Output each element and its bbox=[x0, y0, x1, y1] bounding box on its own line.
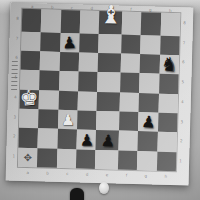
square-a3[interactable] bbox=[19, 109, 39, 129]
square-c5[interactable] bbox=[59, 71, 79, 91]
coord-mark: c bbox=[71, 6, 73, 10]
chess-piece-white-bishop-e8[interactable]: ♝ bbox=[99, 4, 122, 27]
square-a4[interactable]: ♚ bbox=[20, 89, 40, 109]
square-d8[interactable] bbox=[80, 10, 100, 33]
square-e4[interactable] bbox=[97, 92, 120, 112]
square-b4[interactable] bbox=[39, 90, 59, 110]
square-c1[interactable] bbox=[57, 148, 77, 168]
square-c6[interactable] bbox=[59, 52, 79, 72]
coord-mark: a bbox=[26, 170, 29, 174]
square-a2[interactable] bbox=[18, 128, 38, 148]
coord-mark: g bbox=[149, 8, 152, 12]
square-f4[interactable] bbox=[119, 92, 139, 112]
file-labels-bottom: abcdefgh bbox=[18, 170, 176, 179]
coord-mark: 8 bbox=[183, 21, 186, 25]
coord-mark: b bbox=[46, 171, 49, 175]
coord-mark: e bbox=[106, 173, 109, 177]
square-h1[interactable] bbox=[157, 151, 177, 171]
board-maker-logo: ✥ bbox=[18, 147, 38, 167]
square-d6[interactable] bbox=[79, 52, 99, 72]
chess-mat: ♝♟♞♚♟♟♟♟✥ abcdefgh abcdefgh 87654321 876… bbox=[6, 2, 194, 185]
coord-mark: 3 bbox=[180, 120, 183, 124]
square-g2[interactable] bbox=[138, 131, 158, 151]
square-b3[interactable] bbox=[38, 109, 58, 129]
chess-piece-white-king-a4[interactable]: ♚ bbox=[19, 88, 39, 108]
square-e6[interactable] bbox=[98, 53, 121, 73]
square-b8[interactable] bbox=[41, 9, 61, 32]
square-e3[interactable] bbox=[96, 111, 119, 131]
square-d1[interactable] bbox=[76, 149, 96, 169]
square-g4[interactable] bbox=[139, 93, 159, 113]
chess-piece-black-knight-h6[interactable]: ♞ bbox=[160, 55, 179, 74]
coord-mark: a bbox=[31, 5, 34, 9]
square-e7[interactable] bbox=[99, 33, 122, 53]
square-d4[interactable] bbox=[78, 91, 98, 111]
chess-piece-black-pawn-c7[interactable]: ♟ bbox=[62, 36, 77, 51]
square-a8[interactable] bbox=[22, 9, 42, 32]
coord-mark: 7 bbox=[16, 36, 19, 40]
square-g7[interactable] bbox=[140, 35, 160, 55]
coord-mark: 1 bbox=[179, 159, 182, 163]
coord-mark: 4 bbox=[181, 100, 184, 104]
square-h4[interactable] bbox=[158, 93, 178, 113]
square-b6[interactable] bbox=[40, 51, 60, 71]
square-f6[interactable] bbox=[120, 53, 140, 73]
chess-piece-black-pawn-e2[interactable]: ♟ bbox=[100, 134, 115, 149]
coord-mark: g bbox=[144, 174, 147, 178]
coord-mark: h bbox=[169, 8, 172, 12]
coord-mark: d bbox=[90, 6, 93, 10]
square-b5[interactable] bbox=[39, 71, 59, 91]
square-g5[interactable] bbox=[139, 73, 159, 93]
chess-board: ♝♟♞♚♟♟♟♟✥ bbox=[18, 9, 180, 171]
coord-mark: b bbox=[51, 5, 54, 9]
captured-white-piece[interactable] bbox=[99, 182, 109, 194]
coord-mark: 3 bbox=[13, 115, 16, 119]
square-d5[interactable] bbox=[78, 72, 98, 92]
coord-mark: 5 bbox=[182, 80, 185, 84]
chess-piece-black-pawn-d2[interactable]: ♟ bbox=[79, 134, 93, 148]
square-h3[interactable] bbox=[158, 113, 178, 133]
brand-print bbox=[11, 61, 18, 91]
square-e8[interactable]: ♝ bbox=[99, 11, 122, 34]
coord-mark: 6 bbox=[182, 61, 185, 65]
square-h5[interactable] bbox=[159, 74, 179, 94]
square-h2[interactable] bbox=[157, 132, 177, 152]
square-h6[interactable]: ♞ bbox=[159, 55, 179, 75]
coord-mark: 1 bbox=[12, 155, 15, 159]
square-b1[interactable] bbox=[37, 148, 57, 168]
chess-piece-white-pawn-c3[interactable]: ♟ bbox=[61, 114, 75, 128]
square-f5[interactable] bbox=[120, 73, 140, 93]
square-g3[interactable]: ♟ bbox=[138, 112, 158, 132]
coord-mark: 2 bbox=[13, 135, 16, 139]
square-c3[interactable]: ♟ bbox=[58, 110, 78, 130]
chess-piece-black-pawn-g3[interactable]: ♟ bbox=[141, 115, 156, 130]
square-e1[interactable] bbox=[95, 150, 118, 170]
square-h8[interactable] bbox=[160, 13, 180, 36]
coord-mark: 6 bbox=[15, 56, 18, 60]
square-c8[interactable] bbox=[60, 10, 80, 33]
square-c4[interactable] bbox=[58, 90, 78, 110]
square-b2[interactable] bbox=[38, 129, 58, 149]
square-f1[interactable] bbox=[118, 150, 138, 170]
coord-mark: 7 bbox=[183, 41, 186, 45]
square-f3[interactable] bbox=[119, 111, 139, 131]
square-g1[interactable] bbox=[137, 151, 157, 171]
coord-mark: h bbox=[164, 174, 167, 178]
coord-mark: 2 bbox=[180, 140, 183, 144]
square-g6[interactable] bbox=[140, 54, 160, 74]
square-e2[interactable]: ♟ bbox=[96, 130, 119, 150]
coord-mark: f bbox=[126, 173, 128, 177]
coord-mark: c bbox=[66, 172, 68, 176]
square-d3[interactable] bbox=[77, 110, 97, 130]
square-a6[interactable] bbox=[21, 51, 41, 71]
square-f2[interactable] bbox=[118, 131, 138, 151]
square-f7[interactable] bbox=[121, 34, 141, 54]
square-b7[interactable] bbox=[41, 32, 61, 52]
square-a1[interactable]: ✥ bbox=[18, 147, 38, 167]
photo-scene: ♝♟♞♚♟♟♟♟✥ abcdefgh abcdefgh 87654321 876… bbox=[0, 0, 200, 200]
square-d2[interactable]: ♟ bbox=[77, 130, 97, 150]
coord-mark: d bbox=[86, 172, 89, 176]
square-e5[interactable] bbox=[98, 72, 121, 92]
coord-mark: 4 bbox=[14, 95, 17, 99]
cut-black-piece[interactable] bbox=[70, 188, 84, 200]
square-c2[interactable] bbox=[57, 129, 77, 149]
coord-mark: 5 bbox=[15, 76, 18, 80]
square-d7[interactable] bbox=[79, 33, 99, 53]
square-a7[interactable] bbox=[21, 31, 41, 51]
square-g8[interactable] bbox=[141, 12, 161, 35]
coord-mark: 8 bbox=[16, 17, 19, 21]
square-f8[interactable] bbox=[122, 12, 142, 35]
square-c7[interactable]: ♟ bbox=[60, 32, 80, 52]
coord-mark: f bbox=[130, 7, 132, 11]
